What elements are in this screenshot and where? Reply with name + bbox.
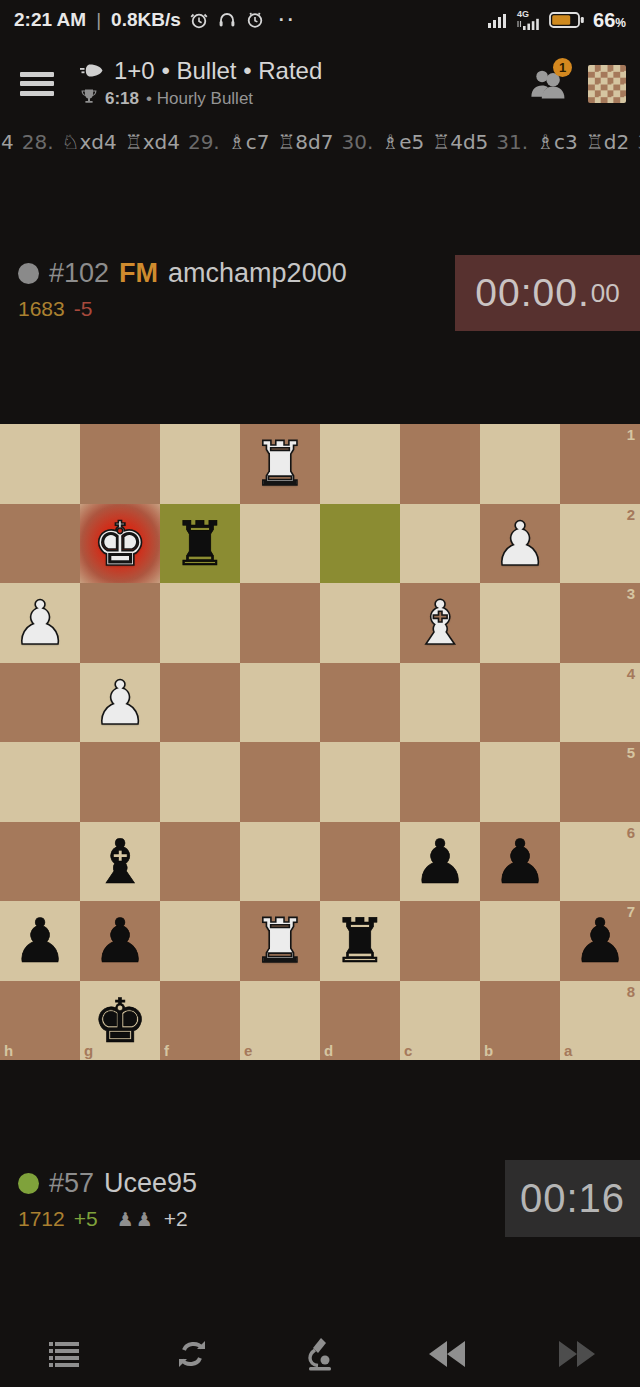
- coord-rank-3: 3: [627, 586, 635, 601]
- coord-file-f: f: [164, 1043, 169, 1058]
- chess-board[interactable]: ♜1♚♜♟2♟♝3♟45♝♟♟6♟♟♜♜7♟hg♚fedcba8: [0, 424, 640, 1060]
- square-d2[interactable]: [320, 504, 400, 584]
- square-e3[interactable]: [240, 583, 320, 663]
- player-top-status-dot: [18, 263, 39, 284]
- square-d3[interactable]: [320, 583, 400, 663]
- captured-pawns-icons: ♟♟: [117, 1208, 155, 1230]
- list-icon: [47, 1338, 81, 1374]
- square-e5[interactable]: [240, 742, 320, 822]
- status-network-speed: 0.8KB/s: [111, 9, 181, 31]
- piece-white-pawn-h3[interactable]: ♟: [13, 592, 68, 653]
- square-e2[interactable]: [240, 504, 320, 584]
- players-button[interactable]: 1: [526, 62, 570, 106]
- square-d1[interactable]: [320, 424, 400, 504]
- square-h8[interactable]: h: [0, 981, 80, 1061]
- player-top-title: FM: [119, 258, 158, 289]
- square-d5[interactable]: [320, 742, 400, 822]
- clock-bottom: 00:16: [505, 1160, 640, 1237]
- piece-black-king-g8[interactable]: ♚: [93, 990, 148, 1051]
- square-c6[interactable]: ♟: [400, 822, 480, 902]
- board-thumbnail-icon[interactable]: [588, 65, 626, 103]
- square-h6[interactable]: [0, 822, 80, 902]
- tournament-name: • Hourly Bullet: [146, 89, 253, 109]
- piece-white-rook-e7[interactable]: ♜: [253, 910, 308, 971]
- square-b6[interactable]: ♟: [480, 822, 560, 902]
- square-h5[interactable]: [0, 742, 80, 822]
- square-a7[interactable]: 7♟: [560, 901, 640, 981]
- app-screen: 2:21 AM | 0.8KB/s ·· 4G: [0, 0, 640, 1387]
- square-c7[interactable]: [400, 901, 480, 981]
- coord-rank-8: 8: [627, 984, 635, 999]
- coord-file-h: h: [4, 1043, 13, 1058]
- square-c5[interactable]: [400, 742, 480, 822]
- player-top-rating-change: -5: [74, 297, 93, 321]
- square-e6[interactable]: [240, 822, 320, 902]
- square-c4[interactable]: [400, 663, 480, 743]
- square-b8[interactable]: b: [480, 981, 560, 1061]
- status-time: 2:21 AM: [14, 9, 86, 31]
- move[interactable]: ♖4d5: [432, 130, 488, 154]
- coord-file-d: d: [324, 1043, 333, 1058]
- square-f5[interactable]: [160, 742, 240, 822]
- sync-icon: [174, 1337, 210, 1375]
- move-list-button[interactable]: [0, 1325, 128, 1387]
- signal-bars-icon: [487, 12, 509, 29]
- piece-black-bishop-g6[interactable]: ♝: [93, 831, 148, 892]
- square-h4[interactable]: [0, 663, 80, 743]
- square-a2[interactable]: 2: [560, 504, 640, 584]
- forward-button[interactable]: [512, 1325, 640, 1387]
- player-bottom-rank: #57: [49, 1168, 94, 1199]
- square-g2[interactable]: ♚: [80, 504, 160, 584]
- piece-black-pawn-a7[interactable]: ♟: [573, 910, 628, 971]
- square-e8[interactable]: e: [240, 981, 320, 1061]
- tournament-clock: 6:18: [105, 89, 139, 109]
- piece-black-pawn-b6[interactable]: ♟: [493, 831, 548, 892]
- square-a4[interactable]: 4: [560, 663, 640, 743]
- bottom-toolbar: [0, 1325, 640, 1387]
- square-g5[interactable]: [80, 742, 160, 822]
- piece-black-pawn-h7[interactable]: ♟: [13, 910, 68, 971]
- coord-file-g: g: [84, 1043, 93, 1058]
- fast-forward-icon: [557, 1339, 595, 1373]
- square-c1[interactable]: [400, 424, 480, 504]
- clock-top-time: 00:00.: [475, 271, 589, 315]
- coord-rank-4: 4: [627, 666, 635, 681]
- piece-black-rook-f2[interactable]: ♜: [173, 513, 228, 574]
- square-f8[interactable]: f: [160, 981, 240, 1061]
- game-info: 1+0 • Bullet • Rated 6:18 • Hourly Bulle…: [80, 57, 526, 111]
- square-g7[interactable]: ♟: [80, 901, 160, 981]
- coord-file-a: a: [564, 1043, 572, 1058]
- player-top-name[interactable]: amchamp2000: [168, 258, 347, 289]
- coord-file-b: b: [484, 1043, 493, 1058]
- move[interactable]: ♗c3: [536, 130, 578, 154]
- fast-backward-icon: [429, 1339, 467, 1373]
- player-bottom-rating: 1712: [18, 1207, 65, 1231]
- square-f2[interactable]: ♜: [160, 504, 240, 584]
- player-top-rank: #102: [49, 258, 109, 289]
- square-b4[interactable]: [480, 663, 560, 743]
- square-f4[interactable]: [160, 663, 240, 743]
- piece-white-king-g2[interactable]: ♚: [93, 513, 148, 574]
- status-bar: 2:21 AM | 0.8KB/s ·· 4G: [0, 0, 640, 40]
- square-a1[interactable]: 1: [560, 424, 640, 504]
- game-title: 1+0 • Bullet • Rated: [114, 57, 322, 85]
- square-h1[interactable]: [0, 424, 80, 504]
- flip-board-button[interactable]: [128, 1325, 256, 1387]
- square-c2[interactable]: [400, 504, 480, 584]
- square-c8[interactable]: c: [400, 981, 480, 1061]
- material-advantage: +2: [164, 1207, 188, 1231]
- square-b7[interactable]: [480, 901, 560, 981]
- square-d7[interactable]: ♜: [320, 901, 400, 981]
- square-b5[interactable]: [480, 742, 560, 822]
- square-f6[interactable]: [160, 822, 240, 902]
- square-e1[interactable]: ♜: [240, 424, 320, 504]
- clock-icon: [245, 10, 265, 30]
- piece-black-rook-d7[interactable]: ♜: [333, 910, 388, 971]
- square-f1[interactable]: [160, 424, 240, 504]
- alarm-icon: [189, 10, 209, 30]
- piece-white-bishop-c3[interactable]: ♝: [413, 592, 468, 653]
- move-number[interactable]: 28.: [22, 130, 54, 154]
- bullet-icon: [80, 57, 106, 85]
- piece-black-pawn-c6[interactable]: ♟: [413, 831, 468, 892]
- player-bottom-name[interactable]: Ucee95: [104, 1168, 197, 1199]
- player-bottom-status-dot: [18, 1173, 39, 1194]
- move-list[interactable]: 428.♘xd4♖xd429.♗c7♖8d730.♗e5♖4d531.♗c3♖d…: [0, 126, 640, 158]
- square-d6[interactable]: [320, 822, 400, 902]
- square-b1[interactable]: [480, 424, 560, 504]
- player-top: #102 FM amchamp2000 1683 -5: [0, 258, 450, 321]
- piece-white-pawn-b2[interactable]: ♟: [493, 513, 548, 574]
- coord-rank-2: 2: [627, 507, 635, 522]
- square-a8[interactable]: a8: [560, 981, 640, 1061]
- move-number[interactable]: 29.: [188, 130, 220, 154]
- piece-black-pawn-g7[interactable]: ♟: [93, 910, 148, 971]
- square-g1[interactable]: [80, 424, 160, 504]
- battery-percent: 66%: [593, 9, 626, 32]
- headset-icon: [217, 10, 237, 30]
- square-h7[interactable]: ♟: [0, 901, 80, 981]
- battery-icon: [549, 10, 585, 30]
- move[interactable]: ♘xd4: [62, 130, 117, 154]
- square-g4[interactable]: ♟: [80, 663, 160, 743]
- square-g6[interactable]: ♝: [80, 822, 160, 902]
- move[interactable]: 4: [1, 130, 14, 154]
- player-bottom: #57 Ucee95 1712 +5 ♟♟ +2: [0, 1168, 450, 1231]
- more-notifications-dots: ··: [279, 10, 297, 31]
- analysis-button[interactable]: [256, 1325, 384, 1387]
- square-f3[interactable]: [160, 583, 240, 663]
- square-a6[interactable]: 6: [560, 822, 640, 902]
- square-c3[interactable]: ♝: [400, 583, 480, 663]
- coord-rank-7: 7: [627, 904, 635, 919]
- move[interactable]: ♖xd4: [125, 130, 180, 154]
- coord-rank-5: 5: [627, 745, 635, 760]
- coord-rank-1: 1: [627, 427, 635, 442]
- mobile-data-4g-icon: 4G: [517, 10, 541, 30]
- square-g3[interactable]: [80, 583, 160, 663]
- players-badge: 1: [553, 58, 572, 77]
- square-a3[interactable]: 3: [560, 583, 640, 663]
- move-number[interactable]: 31.: [496, 130, 528, 154]
- square-f7[interactable]: [160, 901, 240, 981]
- status-separator: |: [96, 9, 101, 31]
- trophy-icon: [80, 88, 98, 111]
- square-e4[interactable]: [240, 663, 320, 743]
- square-b2[interactable]: ♟: [480, 504, 560, 584]
- header: 1+0 • Bullet • Rated 6:18 • Hourly Bulle…: [0, 45, 640, 122]
- square-d4[interactable]: [320, 663, 400, 743]
- coord-rank-6: 6: [627, 825, 635, 840]
- square-d8[interactable]: d: [320, 981, 400, 1061]
- square-h2[interactable]: [0, 504, 80, 584]
- menu-button[interactable]: [20, 72, 54, 96]
- coord-file-c: c: [404, 1043, 412, 1058]
- microscope-icon: [303, 1336, 337, 1376]
- move[interactable]: ♗c7: [228, 130, 270, 154]
- square-g8[interactable]: g♚: [80, 981, 160, 1061]
- move[interactable]: ♗e5: [381, 130, 424, 154]
- backward-button[interactable]: [384, 1325, 512, 1387]
- square-a5[interactable]: 5: [560, 742, 640, 822]
- move-number[interactable]: 30.: [341, 130, 373, 154]
- clock-bottom-time: 00:16: [520, 1176, 625, 1221]
- move[interactable]: ♖8d7: [277, 130, 333, 154]
- player-top-rating: 1683: [18, 297, 65, 321]
- square-e7[interactable]: ♜: [240, 901, 320, 981]
- piece-white-rook-e1[interactable]: ♜: [253, 433, 308, 494]
- move[interactable]: ♖d2: [586, 130, 629, 154]
- square-h3[interactable]: ♟: [0, 583, 80, 663]
- player-bottom-rating-change: +5: [74, 1207, 98, 1231]
- piece-white-pawn-g4[interactable]: ♟: [93, 672, 148, 733]
- clock-top: 00:00.00: [455, 255, 640, 331]
- clock-top-fraction: 00: [591, 278, 620, 309]
- coord-file-e: e: [244, 1043, 252, 1058]
- square-b3[interactable]: [480, 583, 560, 663]
